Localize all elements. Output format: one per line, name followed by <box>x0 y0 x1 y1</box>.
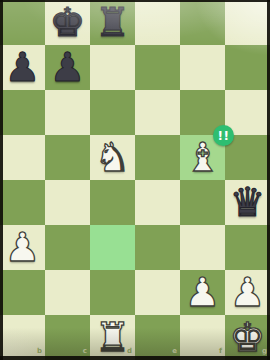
piece-white-king[interactable]: ♚ <box>225 315 270 360</box>
square-f3[interactable] <box>180 225 225 270</box>
chess-board[interactable]: ♚♜♟♟♞♝♛♟♟♟bcd♜efg♚ <box>0 0 270 360</box>
square-g2[interactable]: ♟ <box>225 270 270 315</box>
square-f2[interactable]: ♟ <box>180 270 225 315</box>
square-d6[interactable] <box>90 90 135 135</box>
file-label-c: c <box>83 347 87 355</box>
square-d2[interactable] <box>90 270 135 315</box>
square-e7[interactable] <box>135 45 180 90</box>
piece-black-queen[interactable]: ♛ <box>225 180 270 225</box>
square-c1[interactable]: c <box>45 315 90 360</box>
square-c3[interactable] <box>45 225 90 270</box>
square-f8[interactable] <box>180 0 225 45</box>
piece-white-pawn[interactable]: ♟ <box>180 270 225 315</box>
piece-black-rook[interactable]: ♜ <box>90 0 135 45</box>
square-e1[interactable]: e <box>135 315 180 360</box>
piece-white-pawn[interactable]: ♟ <box>0 225 45 270</box>
square-b1[interactable]: b <box>0 315 45 360</box>
square-g7[interactable] <box>225 45 270 90</box>
square-e6[interactable] <box>135 90 180 135</box>
square-d5[interactable]: ♞ <box>90 135 135 180</box>
file-label-b: b <box>37 347 42 355</box>
square-g1[interactable]: g♚ <box>225 315 270 360</box>
square-b5[interactable] <box>0 135 45 180</box>
square-d8[interactable]: ♜ <box>90 0 135 45</box>
piece-black-pawn[interactable]: ♟ <box>0 45 45 90</box>
square-d4[interactable] <box>90 180 135 225</box>
square-g3[interactable] <box>225 225 270 270</box>
square-b4[interactable] <box>0 180 45 225</box>
piece-white-knight[interactable]: ♞ <box>90 135 135 180</box>
square-b6[interactable] <box>0 90 45 135</box>
square-f1[interactable]: f <box>180 315 225 360</box>
square-c8[interactable]: ♚ <box>45 0 90 45</box>
square-b3[interactable]: ♟ <box>0 225 45 270</box>
square-c7[interactable]: ♟ <box>45 45 90 90</box>
file-label-f: f <box>219 347 222 355</box>
square-b2[interactable] <box>0 270 45 315</box>
video-frame: ♚♜♟♟♞♝♛♟♟♟bcd♜efg♚ !! <box>0 0 270 360</box>
square-f4[interactable] <box>180 180 225 225</box>
square-d3[interactable] <box>90 225 135 270</box>
file-label-e: e <box>172 347 177 355</box>
square-c6[interactable] <box>45 90 90 135</box>
brilliant-move-badge: !! <box>213 125 234 146</box>
piece-white-rook[interactable]: ♜ <box>90 315 135 360</box>
square-f7[interactable] <box>180 45 225 90</box>
square-c2[interactable] <box>45 270 90 315</box>
square-e2[interactable] <box>135 270 180 315</box>
square-e4[interactable] <box>135 180 180 225</box>
square-g4[interactable]: ♛ <box>225 180 270 225</box>
square-g8[interactable] <box>225 0 270 45</box>
square-e5[interactable] <box>135 135 180 180</box>
piece-black-pawn[interactable]: ♟ <box>45 45 90 90</box>
square-c5[interactable] <box>45 135 90 180</box>
square-e8[interactable] <box>135 0 180 45</box>
square-c4[interactable] <box>45 180 90 225</box>
square-b8[interactable] <box>0 0 45 45</box>
square-b7[interactable]: ♟ <box>0 45 45 90</box>
square-e3[interactable] <box>135 225 180 270</box>
square-d7[interactable] <box>90 45 135 90</box>
piece-black-king[interactable]: ♚ <box>45 0 90 45</box>
square-d1[interactable]: d♜ <box>90 315 135 360</box>
piece-white-pawn[interactable]: ♟ <box>225 270 270 315</box>
